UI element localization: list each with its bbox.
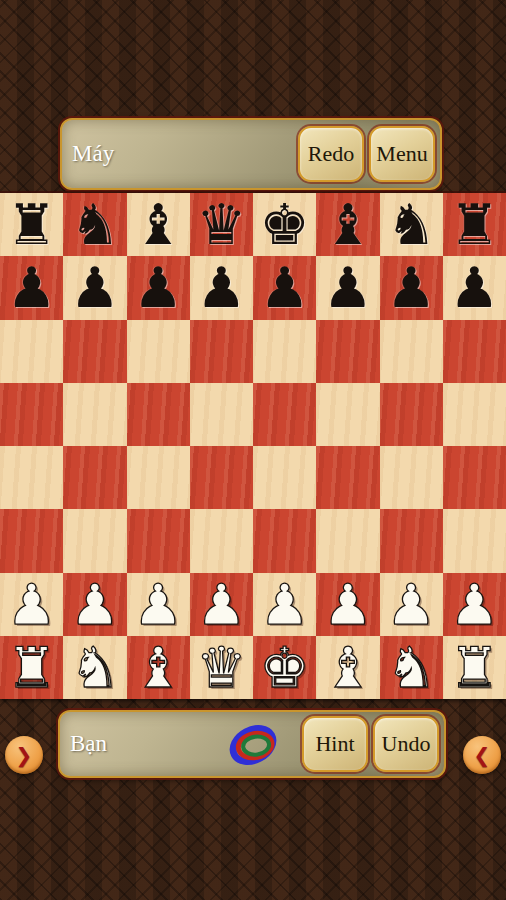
square-f5[interactable] (316, 383, 379, 446)
square-h8[interactable]: ♜ (443, 193, 506, 256)
square-h5[interactable] (443, 383, 506, 446)
square-a6[interactable] (0, 320, 63, 383)
square-e4[interactable] (253, 446, 316, 509)
square-a2[interactable]: ♟ (0, 573, 63, 636)
square-g4[interactable] (380, 446, 443, 509)
square-h7[interactable]: ♟ (443, 256, 506, 319)
square-a7[interactable]: ♟ (0, 256, 63, 319)
square-b1[interactable]: ♞ (63, 636, 126, 699)
square-d7[interactable]: ♟ (190, 256, 253, 319)
square-c5[interactable] (127, 383, 190, 446)
square-f1[interactable]: ♝ (316, 636, 379, 699)
square-a4[interactable] (0, 446, 63, 509)
square-d2[interactable]: ♟ (190, 573, 253, 636)
black-pawn: ♟ (7, 256, 57, 319)
black-rook: ♜ (449, 193, 499, 256)
engine-rings-logo (223, 716, 283, 774)
white-pawn: ♟ (386, 573, 436, 636)
square-f8[interactable]: ♝ (316, 193, 379, 256)
square-a5[interactable] (0, 383, 63, 446)
white-knight: ♞ (386, 636, 436, 699)
white-pawn: ♟ (133, 573, 183, 636)
square-e1[interactable]: ♚ (253, 636, 316, 699)
white-pawn: ♟ (323, 573, 373, 636)
square-g2[interactable]: ♟ (380, 573, 443, 636)
square-c1[interactable]: ♝ (127, 636, 190, 699)
black-pawn: ♟ (196, 256, 246, 319)
square-c3[interactable] (127, 509, 190, 572)
next-move-button[interactable]: ❮ (463, 736, 501, 774)
player-panel: Bạn Hint Undo (58, 710, 446, 778)
square-b3[interactable] (63, 509, 126, 572)
chevron-right-icon: ❯ (16, 743, 33, 767)
prev-move-button[interactable]: ❯ (5, 736, 43, 774)
white-queen: ♛ (196, 636, 246, 699)
square-b8[interactable]: ♞ (63, 193, 126, 256)
white-knight: ♞ (70, 636, 120, 699)
redo-button[interactable]: Redo (298, 126, 364, 182)
white-pawn: ♟ (196, 573, 246, 636)
chevron-left-icon: ❮ (474, 743, 491, 767)
square-e6[interactable] (253, 320, 316, 383)
white-pawn: ♟ (260, 573, 310, 636)
square-g3[interactable] (380, 509, 443, 572)
square-d1[interactable]: ♛ (190, 636, 253, 699)
square-c7[interactable]: ♟ (127, 256, 190, 319)
black-pawn: ♟ (449, 256, 499, 319)
white-pawn: ♟ (449, 573, 499, 636)
square-h4[interactable] (443, 446, 506, 509)
square-e7[interactable]: ♟ (253, 256, 316, 319)
black-rook: ♜ (7, 193, 57, 256)
square-d8[interactable]: ♛ (190, 193, 253, 256)
logo-ring-inner (242, 735, 270, 756)
square-f3[interactable] (316, 509, 379, 572)
white-king: ♚ (260, 636, 310, 699)
square-c6[interactable] (127, 320, 190, 383)
chess-board[interactable]: ♜♞♝♛♚♝♞♜♟♟♟♟♟♟♟♟♟♟♟♟♟♟♟♟♜♞♝♛♚♝♞♜ (0, 193, 506, 699)
black-knight: ♞ (386, 193, 436, 256)
white-pawn: ♟ (7, 573, 57, 636)
square-e2[interactable]: ♟ (253, 573, 316, 636)
square-d3[interactable] (190, 509, 253, 572)
square-e5[interactable] (253, 383, 316, 446)
black-pawn: ♟ (323, 256, 373, 319)
square-c2[interactable]: ♟ (127, 573, 190, 636)
square-c4[interactable] (127, 446, 190, 509)
square-f7[interactable]: ♟ (316, 256, 379, 319)
hint-button[interactable]: Hint (302, 716, 368, 772)
black-king: ♚ (260, 193, 310, 256)
square-h3[interactable] (443, 509, 506, 572)
opponent-panel: Máy Redo Menu (60, 118, 442, 190)
menu-button[interactable]: Menu (369, 126, 435, 182)
white-bishop: ♝ (323, 636, 373, 699)
square-c8[interactable]: ♝ (127, 193, 190, 256)
square-a3[interactable] (0, 509, 63, 572)
square-h2[interactable]: ♟ (443, 573, 506, 636)
undo-button[interactable]: Undo (373, 716, 439, 772)
square-b2[interactable]: ♟ (63, 573, 126, 636)
chess-app-screen: { "game": "chess", "position": { "fen": … (0, 0, 506, 900)
square-h6[interactable] (443, 320, 506, 383)
square-f6[interactable] (316, 320, 379, 383)
square-f4[interactable] (316, 446, 379, 509)
square-b7[interactable]: ♟ (63, 256, 126, 319)
square-f2[interactable]: ♟ (316, 573, 379, 636)
square-d5[interactable] (190, 383, 253, 446)
square-a8[interactable]: ♜ (0, 193, 63, 256)
black-pawn: ♟ (133, 256, 183, 319)
white-rook: ♜ (7, 636, 57, 699)
black-knight: ♞ (70, 193, 120, 256)
opponent-name-label: Máy (62, 141, 298, 167)
white-rook: ♜ (449, 636, 499, 699)
white-pawn: ♟ (70, 573, 120, 636)
black-pawn: ♟ (386, 256, 436, 319)
black-pawn: ♟ (70, 256, 120, 319)
square-e8[interactable]: ♚ (253, 193, 316, 256)
square-g7[interactable]: ♟ (380, 256, 443, 319)
black-queen: ♛ (196, 193, 246, 256)
square-g5[interactable] (380, 383, 443, 446)
square-g6[interactable] (380, 320, 443, 383)
square-b6[interactable] (63, 320, 126, 383)
white-bishop: ♝ (133, 636, 183, 699)
black-bishop: ♝ (323, 193, 373, 256)
square-h1[interactable]: ♜ (443, 636, 506, 699)
square-d4[interactable] (190, 446, 253, 509)
square-b4[interactable] (63, 446, 126, 509)
square-a1[interactable]: ♜ (0, 636, 63, 699)
square-g8[interactable]: ♞ (380, 193, 443, 256)
square-g1[interactable]: ♞ (380, 636, 443, 699)
black-pawn: ♟ (260, 256, 310, 319)
square-b5[interactable] (63, 383, 126, 446)
square-e3[interactable] (253, 509, 316, 572)
black-bishop: ♝ (133, 193, 183, 256)
square-d6[interactable] (190, 320, 253, 383)
